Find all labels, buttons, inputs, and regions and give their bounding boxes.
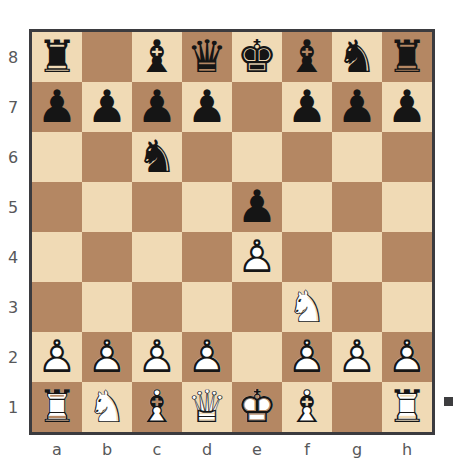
square-b5[interactable] (82, 182, 132, 232)
black-pawn-icon: ♟ (332, 82, 382, 132)
square-b8[interactable] (82, 32, 132, 82)
rank-label-1: 1 (0, 382, 26, 432)
rank-label-7: 7 (0, 82, 26, 132)
square-g8[interactable]: ♞ (332, 32, 382, 82)
square-f5[interactable] (282, 182, 332, 232)
square-d4[interactable] (182, 232, 232, 282)
square-b2[interactable]: ♟♙ (82, 332, 132, 382)
square-h5[interactable] (382, 182, 432, 232)
file-label-e: e (232, 436, 282, 462)
file-labels: abcdefgh (32, 436, 432, 462)
white-rook-icon: ♖ (382, 382, 432, 432)
square-e5[interactable]: ♟ (232, 182, 282, 232)
square-a1[interactable]: ♜♖ (32, 382, 82, 432)
black-queen-icon: ♛ (182, 32, 232, 82)
file-label-h: h (382, 436, 432, 462)
square-g5[interactable] (332, 182, 382, 232)
square-c1[interactable]: ♝♗ (132, 382, 182, 432)
rank-label-6: 6 (0, 132, 26, 182)
square-c5[interactable] (132, 182, 182, 232)
square-b4[interactable] (82, 232, 132, 282)
black-rook-icon: ♜ (32, 32, 82, 82)
square-h2[interactable]: ♟♙ (382, 332, 432, 382)
file-label-c: c (132, 436, 182, 462)
black-king-icon: ♚ (232, 32, 282, 82)
black-bishop-icon: ♝ (132, 32, 182, 82)
white-pawn-icon: ♙ (32, 332, 82, 382)
square-g2[interactable]: ♟♙ (332, 332, 382, 382)
black-pawn-icon: ♟ (32, 82, 82, 132)
square-c8[interactable]: ♝ (132, 32, 182, 82)
white-queen-icon: ♕ (182, 382, 232, 432)
square-f1[interactable]: ♝♗ (282, 382, 332, 432)
black-pawn-icon: ♟ (82, 82, 132, 132)
white-knight-icon: ♘ (282, 282, 332, 332)
square-f2[interactable]: ♟♙ (282, 332, 332, 382)
square-h8[interactable]: ♜ (382, 32, 432, 82)
white-pawn-icon: ♙ (232, 232, 282, 282)
square-a4[interactable] (32, 232, 82, 282)
square-b3[interactable] (82, 282, 132, 332)
square-h3[interactable] (382, 282, 432, 332)
square-c2[interactable]: ♟♙ (132, 332, 182, 382)
square-f7[interactable]: ♟ (282, 82, 332, 132)
square-a3[interactable] (32, 282, 82, 332)
file-label-f: f (282, 436, 332, 462)
black-knight-icon: ♞ (132, 132, 182, 182)
white-king-icon: ♔ (232, 382, 282, 432)
black-knight-icon: ♞ (332, 32, 382, 82)
square-d8[interactable]: ♛ (182, 32, 232, 82)
black-pawn-icon: ♟ (232, 182, 282, 232)
board-grid: ♜♝♛♚♝♞♜♟♟♟♟♟♟♟♞♟♟♙♞♘♟♙♟♙♟♙♟♙♟♙♟♙♟♙♜♖♞♘♝♗… (32, 32, 432, 432)
square-e6[interactable] (232, 132, 282, 182)
rank-label-2: 2 (0, 332, 26, 382)
square-d6[interactable] (182, 132, 232, 182)
square-c3[interactable] (132, 282, 182, 332)
square-e4[interactable]: ♟♙ (232, 232, 282, 282)
rank-label-3: 3 (0, 282, 26, 332)
square-g3[interactable] (332, 282, 382, 332)
white-pawn-icon: ♙ (82, 332, 132, 382)
rank-labels: 87654321 (0, 32, 26, 432)
white-pawn-icon: ♙ (332, 332, 382, 382)
square-d5[interactable] (182, 182, 232, 232)
black-pawn-icon: ♟ (382, 82, 432, 132)
square-f6[interactable] (282, 132, 332, 182)
white-bishop-icon: ♗ (132, 382, 182, 432)
white-pawn-icon: ♙ (182, 332, 232, 382)
square-e1[interactable]: ♚♔ (232, 382, 282, 432)
file-label-a: a (32, 436, 82, 462)
black-pawn-icon: ♟ (132, 82, 182, 132)
square-f4[interactable] (282, 232, 332, 282)
square-g6[interactable] (332, 132, 382, 182)
black-pawn-icon: ♟ (282, 82, 332, 132)
chess-diagram: 87654321 ♜♝♛♚♝♞♜♟♟♟♟♟♟♟♞♟♟♙♞♘♟♙♟♙♟♙♟♙♟♙♟… (0, 0, 464, 464)
square-g1[interactable] (332, 382, 382, 432)
square-e3[interactable] (232, 282, 282, 332)
square-e2[interactable] (232, 332, 282, 382)
square-e7[interactable] (232, 82, 282, 132)
square-h6[interactable] (382, 132, 432, 182)
square-f8[interactable]: ♝ (282, 32, 332, 82)
square-d2[interactable]: ♟♙ (182, 332, 232, 382)
white-pawn-icon: ♙ (382, 332, 432, 382)
black-rook-icon: ♜ (382, 32, 432, 82)
square-h7[interactable]: ♟ (382, 82, 432, 132)
white-knight-icon: ♘ (82, 382, 132, 432)
square-a2[interactable]: ♟♙ (32, 332, 82, 382)
rank-label-8: 8 (0, 32, 26, 82)
square-g4[interactable] (332, 232, 382, 282)
square-a7[interactable]: ♟ (32, 82, 82, 132)
file-label-b: b (82, 436, 132, 462)
square-h4[interactable] (382, 232, 432, 282)
square-a8[interactable]: ♜ (32, 32, 82, 82)
white-pawn-icon: ♙ (132, 332, 182, 382)
white-bishop-icon: ♗ (282, 382, 332, 432)
square-h1[interactable]: ♜♖ (382, 382, 432, 432)
square-g7[interactable]: ♟ (332, 82, 382, 132)
file-label-g: g (332, 436, 382, 462)
square-c6[interactable]: ♞ (132, 132, 182, 182)
square-d3[interactable] (182, 282, 232, 332)
rank-label-5: 5 (0, 182, 26, 232)
square-f3[interactable]: ♞♘ (282, 282, 332, 332)
white-rook-icon: ♖ (32, 382, 82, 432)
square-b7[interactable]: ♟ (82, 82, 132, 132)
square-d7[interactable]: ♟ (182, 82, 232, 132)
square-b6[interactable] (82, 132, 132, 182)
square-b1[interactable]: ♞♘ (82, 382, 132, 432)
square-a5[interactable] (32, 182, 82, 232)
black-pawn-icon: ♟ (182, 82, 232, 132)
file-label-d: d (182, 436, 232, 462)
square-e8[interactable]: ♚ (232, 32, 282, 82)
chess-board: ♜♝♛♚♝♞♜♟♟♟♟♟♟♟♞♟♟♙♞♘♟♙♟♙♟♙♟♙♟♙♟♙♟♙♜♖♞♘♝♗… (29, 29, 435, 435)
square-a6[interactable] (32, 132, 82, 182)
white-pawn-icon: ♙ (282, 332, 332, 382)
black-bishop-icon: ♝ (282, 32, 332, 82)
square-c4[interactable] (132, 232, 182, 282)
square-d1[interactable]: ♛♕ (182, 382, 232, 432)
side-to-move-indicator (444, 397, 453, 406)
rank-label-4: 4 (0, 232, 26, 282)
square-c7[interactable]: ♟ (132, 82, 182, 132)
